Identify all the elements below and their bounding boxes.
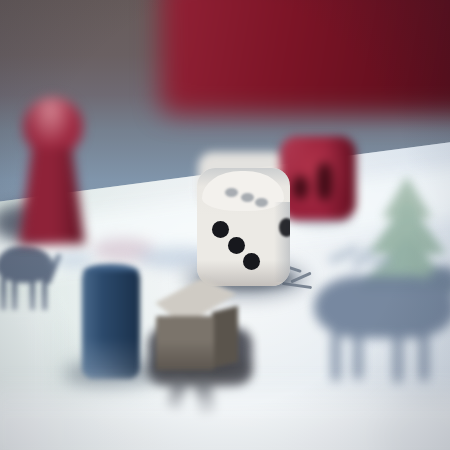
vignette (0, 0, 450, 450)
boardgame-photo (0, 0, 450, 450)
